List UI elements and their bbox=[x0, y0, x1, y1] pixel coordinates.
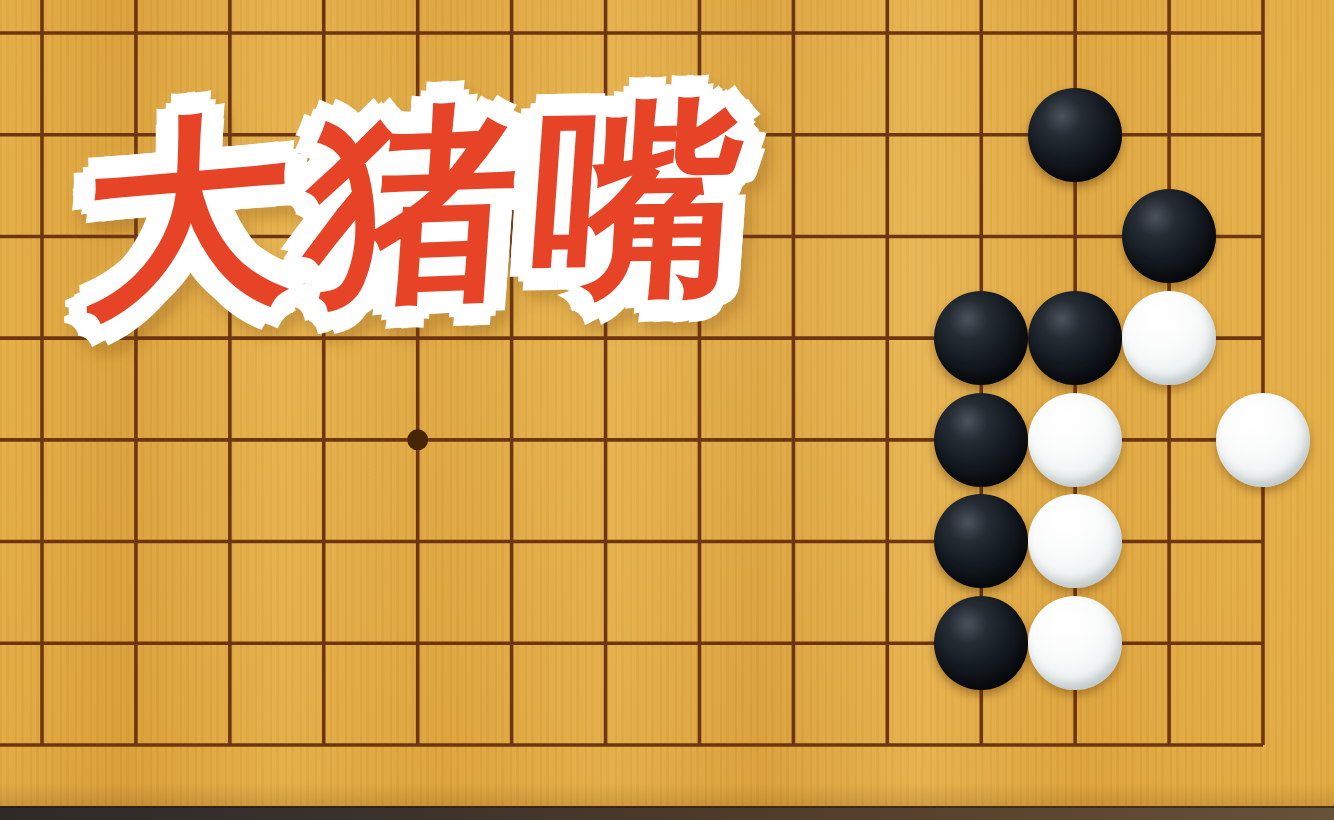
stone-white-r4 bbox=[1028, 393, 1122, 487]
title-char-1: 大 bbox=[79, 93, 296, 339]
stone-white-r3 bbox=[1028, 494, 1122, 588]
stone-black-r5 bbox=[1028, 291, 1122, 385]
title-char-2: 猪 bbox=[300, 88, 525, 324]
title-overlay: 大 猪 嘴 bbox=[84, 96, 740, 325]
stone-black-q5 bbox=[934, 291, 1028, 385]
stone-black-s6 bbox=[1122, 189, 1216, 283]
stone-white-r2 bbox=[1028, 596, 1122, 690]
stone-black-q2 bbox=[934, 596, 1028, 690]
stone-white-s5 bbox=[1122, 291, 1216, 385]
board-edge-shadow bbox=[0, 806, 1334, 820]
title-char-3: 嘴 bbox=[525, 84, 749, 316]
stone-black-r7 bbox=[1028, 88, 1122, 182]
stone-white-t4 bbox=[1216, 393, 1310, 487]
stone-black-q3 bbox=[934, 494, 1028, 588]
board-photo: 大 猪 嘴 bbox=[0, 0, 1334, 820]
stone-black-q4 bbox=[934, 393, 1028, 487]
